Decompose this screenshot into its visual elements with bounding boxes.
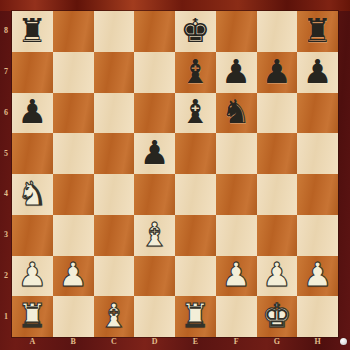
square-h6[interactable] — [297, 93, 338, 134]
file-label-e: E — [175, 337, 216, 350]
file-label-g: G — [257, 337, 298, 350]
square-c3[interactable] — [94, 215, 135, 256]
square-d7[interactable] — [134, 52, 175, 93]
square-h1[interactable] — [297, 296, 338, 337]
black-bishop[interactable]: ♝ — [181, 95, 211, 128]
square-e1[interactable]: ♜ — [175, 296, 216, 337]
square-c7[interactable] — [94, 52, 135, 93]
chess-board-frame: ♜♚♜♝♟♟♟♟♝♞♟♞♝♟♟♟♟♟♜♝♜♚ 87654321ABCDEFGH — [0, 0, 350, 350]
square-a7[interactable] — [12, 52, 53, 93]
square-d6[interactable] — [134, 93, 175, 134]
square-g4[interactable] — [257, 174, 298, 215]
square-h2[interactable]: ♟ — [297, 256, 338, 297]
white-pawn[interactable]: ♟ — [303, 258, 333, 291]
square-b2[interactable]: ♟ — [53, 256, 94, 297]
file-label-h: H — [297, 337, 338, 350]
square-b4[interactable] — [53, 174, 94, 215]
square-g6[interactable] — [257, 93, 298, 134]
rank-label-2: 2 — [0, 271, 12, 281]
square-f1[interactable] — [216, 296, 257, 337]
rank-label-1: 1 — [0, 312, 12, 322]
square-e3[interactable] — [175, 215, 216, 256]
file-label-c: C — [94, 337, 135, 350]
square-c1[interactable]: ♝ — [94, 296, 135, 337]
square-a3[interactable] — [12, 215, 53, 256]
rank-label-8: 8 — [0, 26, 12, 36]
rank-label-4: 4 — [0, 189, 12, 199]
square-d4[interactable] — [134, 174, 175, 215]
square-b5[interactable] — [53, 133, 94, 174]
black-knight[interactable]: ♞ — [221, 95, 251, 128]
rank-label-7: 7 — [0, 67, 12, 77]
square-a1[interactable]: ♜ — [12, 296, 53, 337]
square-d8[interactable] — [134, 11, 175, 52]
black-rook[interactable]: ♜ — [303, 14, 333, 47]
white-pawn[interactable]: ♟ — [18, 258, 48, 291]
square-d3[interactable]: ♝ — [134, 215, 175, 256]
square-e5[interactable] — [175, 133, 216, 174]
square-g7[interactable]: ♟ — [257, 52, 298, 93]
square-g8[interactable] — [257, 11, 298, 52]
square-g5[interactable] — [257, 133, 298, 174]
file-label-d: D — [134, 337, 175, 350]
file-label-f: F — [216, 337, 257, 350]
rank-label-5: 5 — [0, 149, 12, 159]
square-d1[interactable] — [134, 296, 175, 337]
square-h5[interactable] — [297, 133, 338, 174]
white-pawn[interactable]: ♟ — [58, 258, 88, 291]
square-b7[interactable] — [53, 52, 94, 93]
square-c8[interactable] — [94, 11, 135, 52]
black-pawn[interactable]: ♟ — [18, 95, 48, 128]
black-pawn[interactable]: ♟ — [262, 55, 292, 88]
square-d5[interactable]: ♟ — [134, 133, 175, 174]
square-h7[interactable]: ♟ — [297, 52, 338, 93]
square-e6[interactable]: ♝ — [175, 93, 216, 134]
square-a6[interactable]: ♟ — [12, 93, 53, 134]
black-pawn[interactable]: ♟ — [221, 55, 251, 88]
square-a4[interactable]: ♞ — [12, 174, 53, 215]
square-a2[interactable]: ♟ — [12, 256, 53, 297]
white-bishop[interactable]: ♝ — [99, 299, 129, 332]
square-g2[interactable]: ♟ — [257, 256, 298, 297]
square-d2[interactable] — [134, 256, 175, 297]
white-king[interactable]: ♚ — [262, 299, 292, 332]
square-c5[interactable] — [94, 133, 135, 174]
white-rook[interactable]: ♜ — [181, 299, 211, 332]
square-f8[interactable] — [216, 11, 257, 52]
white-bishop[interactable]: ♝ — [140, 218, 170, 251]
square-c4[interactable] — [94, 174, 135, 215]
square-a8[interactable]: ♜ — [12, 11, 53, 52]
square-e8[interactable]: ♚ — [175, 11, 216, 52]
white-rook[interactable]: ♜ — [18, 299, 48, 332]
file-label-a: A — [12, 337, 53, 350]
white-pawn[interactable]: ♟ — [262, 258, 292, 291]
square-f6[interactable]: ♞ — [216, 93, 257, 134]
square-h8[interactable]: ♜ — [297, 11, 338, 52]
square-b3[interactable] — [53, 215, 94, 256]
square-e4[interactable] — [175, 174, 216, 215]
square-h4[interactable] — [297, 174, 338, 215]
square-b6[interactable] — [53, 93, 94, 134]
square-f4[interactable] — [216, 174, 257, 215]
square-f7[interactable]: ♟ — [216, 52, 257, 93]
black-pawn[interactable]: ♟ — [303, 55, 333, 88]
side-to-move-indicator — [340, 338, 347, 345]
rank-label-6: 6 — [0, 108, 12, 118]
square-g1[interactable]: ♚ — [257, 296, 298, 337]
white-knight[interactable]: ♞ — [18, 177, 48, 210]
rank-label-3: 3 — [0, 230, 12, 240]
black-pawn[interactable]: ♟ — [140, 136, 170, 169]
square-e2[interactable] — [175, 256, 216, 297]
file-label-b: B — [53, 337, 94, 350]
square-f5[interactable] — [216, 133, 257, 174]
black-rook[interactable]: ♜ — [18, 14, 48, 47]
square-f3[interactable] — [216, 215, 257, 256]
white-pawn[interactable]: ♟ — [221, 258, 251, 291]
square-g3[interactable] — [257, 215, 298, 256]
square-h3[interactable] — [297, 215, 338, 256]
square-f2[interactable]: ♟ — [216, 256, 257, 297]
square-e7[interactable]: ♝ — [175, 52, 216, 93]
square-c6[interactable] — [94, 93, 135, 134]
square-a5[interactable] — [12, 133, 53, 174]
square-b1[interactable] — [53, 296, 94, 337]
chess-board: ♜♚♜♝♟♟♟♟♝♞♟♞♝♟♟♟♟♟♜♝♜♚ — [12, 11, 338, 337]
black-bishop[interactable]: ♝ — [181, 55, 211, 88]
black-king[interactable]: ♚ — [181, 14, 211, 47]
square-c2[interactable] — [94, 256, 135, 297]
square-b8[interactable] — [53, 11, 94, 52]
